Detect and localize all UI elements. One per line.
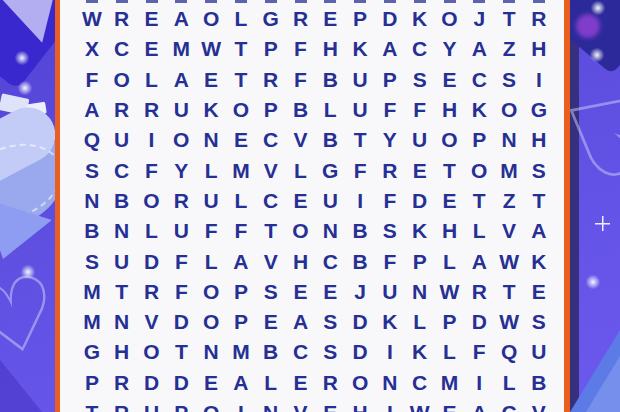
grid-cell-r6c14[interactable]: O <box>464 155 494 185</box>
grid-cell-r14c6[interactable]: I <box>226 398 256 412</box>
grid-cell-r5c9[interactable]: B <box>315 125 345 155</box>
grid-cell-r14c15[interactable]: C <box>494 398 524 412</box>
grid-cell-r9c15[interactable]: W <box>494 246 524 276</box>
grid-cell-r11c14[interactable]: D <box>464 307 494 337</box>
grid-cell-r9c7[interactable]: V <box>256 246 286 276</box>
grid-cell-r2c2[interactable]: C <box>107 34 137 64</box>
grid-cell-r1c5[interactable]: O <box>196 4 226 34</box>
grid-cell-r6c7[interactable]: V <box>256 155 286 185</box>
grid-cell-r7c11[interactable]: F <box>375 186 405 216</box>
grid-cell-r4c4[interactable]: U <box>166 95 196 125</box>
grid-cell-r5c10[interactable]: T <box>345 125 375 155</box>
grid-cell-r3c15[interactable]: S <box>494 65 524 95</box>
grid-cell-r5c16[interactable]: H <box>524 125 554 155</box>
grid-cell-r11c2[interactable]: N <box>107 307 137 337</box>
grid-cell-r5c12[interactable]: U <box>405 125 435 155</box>
grid-cell-r13c14[interactable]: I <box>464 368 494 398</box>
plus-sparkle-icon <box>595 216 610 231</box>
grid-cell-r8c6[interactable]: F <box>226 216 256 246</box>
purple-circle-decoration <box>576 14 600 38</box>
sparkle-icon <box>585 274 601 290</box>
grid-cell-r1c1[interactable]: W <box>77 4 107 34</box>
grid-cell-r9c16[interactable]: K <box>524 246 554 276</box>
grid-cell-r4c2[interactable]: R <box>107 95 137 125</box>
grid-cell-r9c5[interactable]: L <box>196 246 226 276</box>
grid-cell-r11c6[interactable]: P <box>226 307 256 337</box>
grid-cell-r10c3[interactable]: R <box>137 277 167 307</box>
grid-cell-r7c7[interactable]: C <box>256 186 286 216</box>
grid-cell-r4c15[interactable]: O <box>494 95 524 125</box>
grid-cell-r12c14[interactable]: F <box>464 337 494 367</box>
grid-cell-r5c8[interactable]: V <box>286 125 316 155</box>
grid-cell-r4c7[interactable]: P <box>256 95 286 125</box>
grid-cell-r4c13[interactable]: H <box>435 95 465 125</box>
grid-cell-r9c10[interactable]: B <box>345 246 375 276</box>
grid-cell-r7c14[interactable]: T <box>464 186 494 216</box>
grid-cell-r12c10[interactable]: D <box>345 337 375 367</box>
grid-cell-r10c16[interactable]: E <box>524 277 554 307</box>
grid-cell-r10c1[interactable]: M <box>77 277 107 307</box>
grid-cell-r5c3[interactable]: I <box>137 125 167 155</box>
grid-cell-r7c10[interactable]: I <box>345 186 375 216</box>
grid-cell-r8c11[interactable]: S <box>375 216 405 246</box>
grid-cell-r11c11[interactable]: K <box>375 307 405 337</box>
grid-cell-r7c5[interactable]: U <box>196 186 226 216</box>
grid-cell-r8c13[interactable]: H <box>435 216 465 246</box>
grid-cell-r6c13[interactable]: T <box>435 155 465 185</box>
grid-cell-r14c9[interactable]: E <box>315 398 345 412</box>
grid-cell-r7c6[interactable]: L <box>226 186 256 216</box>
grid-cell-r3c2[interactable]: O <box>107 65 137 95</box>
grid-cell-r2c5[interactable]: W <box>196 34 226 64</box>
grid-cell-r4c10[interactable]: U <box>345 95 375 125</box>
grid-cell-r11c16[interactable]: S <box>524 307 554 337</box>
grid-cell-r4c14[interactable]: K <box>464 95 494 125</box>
grid-cell-r13c3[interactable]: D <box>137 368 167 398</box>
grid-cell-r2c1[interactable]: X <box>77 34 107 64</box>
grid-cell-r1c7[interactable]: G <box>256 4 286 34</box>
grid-cell-r9c14[interactable]: A <box>464 246 494 276</box>
grid-cell-r6c9[interactable]: G <box>315 155 345 185</box>
grid-cell-r4c9[interactable]: L <box>315 95 345 125</box>
grid-cell-r10c6[interactable]: P <box>226 277 256 307</box>
grid-cell-r8c7[interactable]: T <box>256 216 286 246</box>
grid-cell-r4c8[interactable]: B <box>286 95 316 125</box>
grid-cell-r9c1[interactable]: S <box>77 246 107 276</box>
sparkle-icon <box>14 50 30 66</box>
grid-cell-r2c14[interactable]: A <box>464 34 494 64</box>
grid-cell-r11c7[interactable]: E <box>256 307 286 337</box>
grid-cell-r12c11[interactable]: I <box>375 337 405 367</box>
grid-cell-r4c16[interactable]: G <box>524 95 554 125</box>
grid-cell-r5c1[interactable]: Q <box>77 125 107 155</box>
grid-cell-r2c13[interactable]: Y <box>435 34 465 64</box>
grid-cell-r13c4[interactable]: D <box>166 368 196 398</box>
grid-cell-r14c5[interactable]: O <box>196 398 226 412</box>
grid-cell-r11c8[interactable]: A <box>286 307 316 337</box>
grid-cell-r10c12[interactable]: N <box>405 277 435 307</box>
grid-cell-r14c1[interactable]: T <box>77 398 107 412</box>
grid-cell-r3c8[interactable]: F <box>286 65 316 95</box>
grid-cell-r7c16[interactable]: T <box>524 186 554 216</box>
grid-cell-r3c1[interactable]: F <box>77 65 107 95</box>
grid-cell-r7c15[interactable]: Z <box>494 186 524 216</box>
grid-cell-r6c3[interactable]: F <box>137 155 167 185</box>
grid-cell-r8c5[interactable]: F <box>196 216 226 246</box>
grid-cell-r9c6[interactable]: A <box>226 246 256 276</box>
grid-cell-r14c10[interactable]: H <box>345 398 375 412</box>
grid-cell-r12c9[interactable]: S <box>315 337 345 367</box>
grid-cell-r3c14[interactable]: C <box>464 65 494 95</box>
grid-cell-r2c9[interactable]: H <box>315 34 345 64</box>
grid-cell-r3c7[interactable]: R <box>256 65 286 95</box>
grid-cell-r7c9[interactable]: U <box>315 186 345 216</box>
grid-cell-r5c6[interactable]: E <box>226 125 256 155</box>
sparkle-icon <box>589 47 605 63</box>
grid-cell-r8c15[interactable]: V <box>494 216 524 246</box>
grid-cell-r12c1[interactable]: G <box>77 337 107 367</box>
grid-cell-r9c2[interactable]: U <box>107 246 137 276</box>
grid-cell-r10c4[interactable]: F <box>166 277 196 307</box>
grid-cell-r12c4[interactable]: T <box>166 337 196 367</box>
grid-cell-r5c14[interactable]: P <box>464 125 494 155</box>
grid-cell-r8c9[interactable]: N <box>315 216 345 246</box>
grid-cell-r10c2[interactable]: T <box>107 277 137 307</box>
grid-cell-r12c6[interactable]: M <box>226 337 256 367</box>
grid-cell-r2c10[interactable]: K <box>345 34 375 64</box>
grid-cell-r6c5[interactable]: L <box>196 155 226 185</box>
grid-cell-r7c2[interactable]: B <box>107 186 137 216</box>
grid-cell-r13c11[interactable]: N <box>375 368 405 398</box>
grid-cell-r10c15[interactable]: T <box>494 277 524 307</box>
grid-cell-r10c11[interactable]: U <box>375 277 405 307</box>
grid-cell-r6c11[interactable]: R <box>375 155 405 185</box>
grid-cell-r14c3[interactable]: U <box>137 398 167 412</box>
grid-cell-r11c10[interactable]: D <box>345 307 375 337</box>
grid-cell-r13c16[interactable]: B <box>524 368 554 398</box>
grid-cell-r6c4[interactable]: Y <box>166 155 196 185</box>
grid-cell-r1c11[interactable]: D <box>375 4 405 34</box>
grid-cell-r13c5[interactable]: E <box>196 368 226 398</box>
grid-cell-r3c6[interactable]: T <box>226 65 256 95</box>
grid-cell-r9c12[interactable]: P <box>405 246 435 276</box>
grid-cell-r14c8[interactable]: V <box>286 398 316 412</box>
grid-cell-r1c14[interactable]: J <box>464 4 494 34</box>
grid-cell-r8c14[interactable]: L <box>464 216 494 246</box>
grid-cell-r7c4[interactable]: R <box>166 186 196 216</box>
grid-cell-r7c12[interactable]: D <box>405 186 435 216</box>
grid-cell-r10c8[interactable]: E <box>286 277 316 307</box>
grid-cell-r1c3[interactable]: E <box>137 4 167 34</box>
grid-cell-r13c10[interactable]: O <box>345 368 375 398</box>
grid-cell-r8c16[interactable]: A <box>524 216 554 246</box>
grid-cell-r1c16[interactable]: R <box>524 4 554 34</box>
grid-cell-r5c4[interactable]: O <box>166 125 196 155</box>
grid-cell-r12c2[interactable]: H <box>107 337 137 367</box>
grid-cell-r9c11[interactable]: F <box>375 246 405 276</box>
grid-cell-r9c4[interactable]: F <box>166 246 196 276</box>
grid-cell-r1c8[interactable]: R <box>286 4 316 34</box>
grid-cell-r12c12[interactable]: K <box>405 337 435 367</box>
grid-cell-r13c12[interactable]: C <box>405 368 435 398</box>
grid-cell-r13c8[interactable]: E <box>286 368 316 398</box>
grid-cell-r6c12[interactable]: E <box>405 155 435 185</box>
grid-cell-r6c1[interactable]: S <box>77 155 107 185</box>
grid-cell-r9c9[interactable]: C <box>315 246 345 276</box>
grid-cell-r4c3[interactable]: R <box>137 95 167 125</box>
grid-cell-r2c3[interactable]: E <box>137 34 167 64</box>
grid-cell-r14c7[interactable]: N <box>256 398 286 412</box>
grid-cell-r1c15[interactable]: T <box>494 4 524 34</box>
grid-cell-r12c8[interactable]: C <box>286 337 316 367</box>
grid-cell-r11c12[interactable]: L <box>405 307 435 337</box>
grid-cell-r3c4[interactable]: A <box>166 65 196 95</box>
grid-cell-r1c10[interactable]: P <box>345 4 375 34</box>
grid-cell-r11c5[interactable]: O <box>196 307 226 337</box>
grid-cell-r9c8[interactable]: H <box>286 246 316 276</box>
grid-cell-r2c8[interactable]: F <box>286 34 316 64</box>
grid-cell-r7c1[interactable]: N <box>77 186 107 216</box>
grid-cell-r1c4[interactable]: A <box>166 4 196 34</box>
grid-cell-r7c8[interactable]: E <box>286 186 316 216</box>
grid-cell-r7c3[interactable]: O <box>137 186 167 216</box>
grid-cell-r4c6[interactable]: O <box>226 95 256 125</box>
grid-cell-r7c13[interactable]: E <box>435 186 465 216</box>
grid-cell-r13c6[interactable]: A <box>226 368 256 398</box>
grid-cell-r6c6[interactable]: M <box>226 155 256 185</box>
grid-cell-r12c16[interactable]: U <box>524 337 554 367</box>
grid-cell-r12c3[interactable]: O <box>137 337 167 367</box>
grid-cell-r2c7[interactable]: P <box>256 34 286 64</box>
grid-cell-r10c5[interactable]: O <box>196 277 226 307</box>
grid-cell-r2c4[interactable]: M <box>166 34 196 64</box>
grid-cell-r10c9[interactable]: E <box>315 277 345 307</box>
grid-cell-r12c7[interactable]: B <box>256 337 286 367</box>
grid-cell-r5c13[interactable]: O <box>435 125 465 155</box>
grid-cell-r3c10[interactable]: U <box>345 65 375 95</box>
grid-cell-r3c16[interactable]: I <box>524 65 554 95</box>
grid-cell-r4c12[interactable]: F <box>405 95 435 125</box>
grid-cell-r10c13[interactable]: W <box>435 277 465 307</box>
grid-cell-r12c15[interactable]: Q <box>494 337 524 367</box>
grid-cell-r2c11[interactable]: A <box>375 34 405 64</box>
grid-cell-r11c1[interactable]: M <box>77 307 107 337</box>
grid-cell-r9c3[interactable]: D <box>137 246 167 276</box>
grid-cell-r8c8[interactable]: O <box>286 216 316 246</box>
grid-cell-r10c7[interactable]: S <box>256 277 286 307</box>
grid-cell-r3c3[interactable]: L <box>137 65 167 95</box>
grid-cell-r14c12[interactable]: W <box>405 398 435 412</box>
sparkle-icon <box>17 80 33 96</box>
grid-cell-r13c13[interactable]: M <box>435 368 465 398</box>
grid-cell-r8c1[interactable]: B <box>77 216 107 246</box>
grid-cell-r8c2[interactable]: N <box>107 216 137 246</box>
grid-cell-r6c8[interactable]: L <box>286 155 316 185</box>
grid-cell-r2c16[interactable]: H <box>524 34 554 64</box>
grid-cell-r13c2[interactable]: R <box>107 368 137 398</box>
grid-cell-r14c13[interactable]: E <box>435 398 465 412</box>
grid-cell-r11c13[interactable]: P <box>435 307 465 337</box>
grid-cell-r6c16[interactable]: S <box>524 155 554 185</box>
grid-cell-r1c6[interactable]: L <box>226 4 256 34</box>
clipped-top-letter-row <box>77 0 554 3</box>
grid-cell-r2c12[interactable]: C <box>405 34 435 64</box>
grid-cell-r14c16[interactable]: V <box>524 398 554 412</box>
grid-cell-r11c3[interactable]: V <box>137 307 167 337</box>
grid-cell-r8c3[interactable]: L <box>137 216 167 246</box>
grid-cell-r4c5[interactable]: K <box>196 95 226 125</box>
grid-cell-r11c15[interactable]: W <box>494 307 524 337</box>
grid-cell-r1c9[interactable]: E <box>315 4 345 34</box>
grid-cell-r5c5[interactable]: N <box>196 125 226 155</box>
grid-cell-r6c2[interactable]: C <box>107 155 137 185</box>
grid-cell-r5c15[interactable]: N <box>494 125 524 155</box>
grid-cell-r6c15[interactable]: M <box>494 155 524 185</box>
grid-cell-r11c9[interactable]: S <box>315 307 345 337</box>
grid-cell-r12c13[interactable]: L <box>435 337 465 367</box>
grid-cell-r10c14[interactable]: R <box>464 277 494 307</box>
grid-cell-r13c15[interactable]: L <box>494 368 524 398</box>
grid-cell-r13c7[interactable]: L <box>256 368 286 398</box>
grid-cell-r4c1[interactable]: A <box>77 95 107 125</box>
grid-cell-r11c4[interactable]: D <box>166 307 196 337</box>
grid-cell-r12c5[interactable]: N <box>196 337 226 367</box>
grid-cell-r13c9[interactable]: R <box>315 368 345 398</box>
grid-cell-r3c9[interactable]: B <box>315 65 345 95</box>
grid-cell-r3c5[interactable]: E <box>196 65 226 95</box>
sparkle-icon <box>20 264 36 280</box>
grid-cell-r14c14[interactable]: A <box>464 398 494 412</box>
grid-cell-r6c10[interactable]: F <box>345 155 375 185</box>
grid-cell-r8c10[interactable]: B <box>345 216 375 246</box>
sparkle-icon <box>590 0 606 16</box>
grid-cell-r14c2[interactable]: R <box>107 398 137 412</box>
grid-cell-r8c4[interactable]: U <box>166 216 196 246</box>
grid-cell-r13c1[interactable]: P <box>77 368 107 398</box>
grid-cell-r2c15[interactable]: Z <box>494 34 524 64</box>
grid-cell-r10c10[interactable]: J <box>345 277 375 307</box>
grid-cell-r2c6[interactable]: T <box>226 34 256 64</box>
grid-cell-r3c11[interactable]: P <box>375 65 405 95</box>
grid-cell-r9c13[interactable]: L <box>435 246 465 276</box>
grid-cell-r5c11[interactable]: Y <box>375 125 405 155</box>
letter-grid: WREAOLGREPDKOJTRXCEMWTPFHKACYAZHFOLAETRF… <box>77 4 554 412</box>
grid-cell-r14c11[interactable]: I <box>375 398 405 412</box>
grid-cell-r4c11[interactable]: F <box>375 95 405 125</box>
grid-cell-r8c12[interactable]: K <box>405 216 435 246</box>
grid-cell-r3c13[interactable]: E <box>435 65 465 95</box>
grid-cell-r1c13[interactable]: O <box>435 4 465 34</box>
grid-cell-r14c4[interactable]: P <box>166 398 196 412</box>
grid-cell-r3c12[interactable]: S <box>405 65 435 95</box>
grid-cell-r1c2[interactable]: R <box>107 4 137 34</box>
grid-cell-r5c7[interactable]: C <box>256 125 286 155</box>
grid-cell-r1c12[interactable]: K <box>405 4 435 34</box>
grid-cell-r5c2[interactable]: U <box>107 125 137 155</box>
